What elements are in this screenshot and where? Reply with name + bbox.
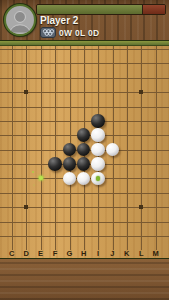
column-label: J	[107, 249, 117, 258]
column-label: K	[122, 249, 132, 258]
olympic-rings-icon	[40, 27, 56, 38]
opponent-name: Player 2	[40, 15, 78, 26]
placement-cursor	[39, 176, 43, 180]
opponent-panel: Player 2 0W 0L 0D	[0, 0, 169, 40]
column-label: M	[151, 249, 161, 258]
stone-white	[91, 143, 105, 157]
star-point	[139, 205, 143, 209]
last-move-marker	[96, 176, 101, 181]
stone-black	[63, 157, 77, 171]
column-label: I	[93, 249, 103, 258]
stone-white	[63, 172, 77, 186]
opponent-timer-tail	[142, 5, 165, 14]
stone-white	[91, 172, 105, 186]
opponent-record: 0W 0L 0D	[59, 28, 100, 38]
column-label: D	[21, 249, 31, 258]
column-label: F	[50, 249, 60, 258]
stone-black	[91, 114, 105, 128]
column-label: E	[36, 249, 46, 258]
person-silhouette-icon	[6, 6, 34, 34]
star-point	[24, 90, 28, 94]
column-label: C	[7, 249, 17, 258]
stone-white	[91, 128, 105, 142]
stone-black	[77, 157, 91, 171]
column-label: G	[64, 249, 74, 258]
game-board[interactable]: CDEFGHIJKLM	[0, 46, 169, 258]
opponent-avatar	[4, 4, 36, 36]
opponent-timer-fill	[37, 5, 142, 14]
player-panel: Put	[0, 259, 169, 300]
opponent-timer-bar	[36, 4, 166, 15]
star-point	[24, 205, 28, 209]
opponent-record-row: 0W 0L 0D	[40, 27, 100, 38]
stone-white	[91, 157, 105, 171]
column-label: L	[136, 249, 146, 258]
column-label: H	[79, 249, 89, 258]
app: Player 2 0W 0L 0D CDEFGHIJKLM	[0, 0, 169, 300]
stone-black	[48, 157, 62, 171]
star-point	[139, 90, 143, 94]
